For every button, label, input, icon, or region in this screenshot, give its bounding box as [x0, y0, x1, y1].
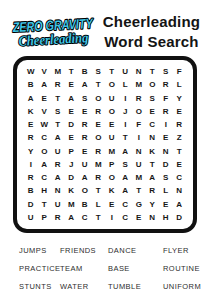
grid-cell-r4c5[interactable]: E: [78, 105, 92, 118]
grid-cell-r7c8[interactable]: A: [119, 145, 133, 158]
grid-cell-r3c4[interactable]: A: [65, 92, 79, 105]
zero-gravity-logo: ZERO GRAVITY Cheerleading: [8, 11, 98, 53]
grid-cell-r1c8[interactable]: U: [119, 65, 133, 78]
grid-cell-r10c5[interactable]: O: [78, 184, 92, 197]
grid-cell-r6c1[interactable]: R: [24, 131, 38, 144]
grid-cell-r11c12[interactable]: A: [173, 198, 187, 211]
word-list-item: DANCE: [108, 247, 163, 255]
grid-cell-r11c4[interactable]: M: [65, 198, 79, 211]
grid-cell-r5c7[interactable]: E: [105, 118, 119, 131]
grid-cell-r9c9[interactable]: M: [132, 171, 146, 184]
grid-cell-r7c6[interactable]: R: [92, 145, 106, 158]
grid-cell-r12c8[interactable]: C: [119, 211, 133, 224]
grid-cell-r2c4[interactable]: E: [65, 78, 79, 91]
grid-cell-r7c3[interactable]: U: [51, 145, 65, 158]
word-search-grid: WVMTBSTUNTSFBAREATOLMORLAETASOUIRSFYKVSE…: [13, 56, 197, 233]
grid-cell-r2c1[interactable]: B: [24, 78, 38, 91]
grid-cell-r5c1[interactable]: E: [24, 118, 38, 131]
grid-cell-r10c2[interactable]: H: [38, 184, 52, 197]
grid-cell-r12c5[interactable]: C: [78, 211, 92, 224]
grid-cell-r8c10[interactable]: T: [146, 158, 160, 171]
grid-cell-r6c12[interactable]: Z: [173, 131, 187, 144]
grid-cell-r12c2[interactable]: P: [38, 211, 52, 224]
grid-cell-r7c12[interactable]: T: [173, 145, 187, 158]
grid-cell-r11c3[interactable]: U: [51, 198, 65, 211]
grid-cell-r6c5[interactable]: R: [78, 131, 92, 144]
grid-cell-r9c1[interactable]: R: [24, 171, 38, 184]
grid-cell-r4c12[interactable]: E: [173, 105, 187, 118]
grid-cell-r6c3[interactable]: A: [51, 131, 65, 144]
grid-cell-r8c12[interactable]: E: [173, 158, 187, 171]
grid-cell-r9c10[interactable]: A: [146, 171, 160, 184]
grid-cell-r9c2[interactable]: C: [38, 171, 52, 184]
grid-cell-r1c9[interactable]: N: [132, 65, 146, 78]
grid-cell-r10c9[interactable]: T: [132, 184, 146, 197]
grid-cell-r12c7[interactable]: I: [105, 211, 119, 224]
grid-cell-r7c9[interactable]: N: [132, 145, 146, 158]
grid-cell-r2c7[interactable]: O: [105, 78, 119, 91]
word-list-item: TUMBLE: [108, 283, 163, 291]
word-search-worksheet: ZERO GRAVITY Cheerleading CheerleadingWo…: [0, 0, 209, 300]
grid-cell-r5c9[interactable]: F: [132, 118, 146, 131]
word-list-item: UNIFORM: [163, 283, 209, 291]
grid-cell-r2c10[interactable]: O: [146, 78, 160, 91]
grid-cell-r3c7[interactable]: U: [105, 92, 119, 105]
grid-cell-r6c8[interactable]: T: [119, 131, 133, 144]
grid-cell-r4c10[interactable]: E: [146, 105, 160, 118]
grid-cell-r3c10[interactable]: S: [146, 92, 160, 105]
grid-cell-r1c1[interactable]: W: [24, 65, 38, 78]
grid-cell-r10c8[interactable]: A: [119, 184, 133, 197]
grid-cell-r1c11[interactable]: S: [159, 65, 173, 78]
grid-cell-r12c11[interactable]: H: [159, 211, 173, 224]
grid-cell-r4c6[interactable]: R: [92, 105, 106, 118]
grid-cell-r3c8[interactable]: I: [119, 92, 133, 105]
grid-cell-r8c9[interactable]: U: [132, 158, 146, 171]
grid-cell-r12c3[interactable]: R: [51, 211, 65, 224]
grid-cell-r9c6[interactable]: R: [92, 171, 106, 184]
grid-cell-r12c9[interactable]: E: [132, 211, 146, 224]
grid-cell-r11c11[interactable]: E: [159, 198, 173, 211]
word-list-item: FRIENDS: [60, 247, 108, 255]
grid-cell-r8c3[interactable]: R: [51, 158, 65, 171]
grid-cell-r4c9[interactable]: O: [132, 105, 146, 118]
grid-cell-r5c2[interactable]: W: [38, 118, 52, 131]
grid-cell-r1c5[interactable]: B: [78, 65, 92, 78]
page-title-line2: Word Search: [104, 33, 198, 50]
grid-cell-r5c5[interactable]: R: [78, 118, 92, 131]
grid-cell-r10c12[interactable]: N: [173, 184, 187, 197]
grid-cell-r4c1[interactable]: K: [24, 105, 38, 118]
page-title: CheerleadingWord Search: [98, 12, 205, 50]
grid-cell-r5c11[interactable]: I: [159, 118, 173, 131]
grid-cell-r2c2[interactable]: A: [38, 78, 52, 91]
logo-text-bottom: Cheerleading: [18, 30, 89, 49]
grid-cell-r9c5[interactable]: A: [78, 171, 92, 184]
grid-cell-r1c6[interactable]: S: [92, 65, 106, 78]
grid-cell-r8c5[interactable]: U: [78, 158, 92, 171]
grid-cell-r8c4[interactable]: J: [65, 158, 79, 171]
zero-gravity-logo-icon: ZERO GRAVITY Cheerleading: [8, 11, 98, 53]
grid-cell-r4c2[interactable]: V: [38, 105, 52, 118]
grid-cell-r6c2[interactable]: C: [38, 131, 52, 144]
word-list-item: PRACTICE: [19, 265, 60, 273]
grid-cell-r4c7[interactable]: O: [105, 105, 119, 118]
grid-cell-r5c8[interactable]: I: [119, 118, 133, 131]
grid-cell-r9c11[interactable]: S: [159, 171, 173, 184]
grid-cell-r11c2[interactable]: T: [38, 198, 52, 211]
grid-cell-r7c10[interactable]: K: [146, 145, 160, 158]
grid-cell-r10c10[interactable]: R: [146, 184, 160, 197]
grid-cell-r1c7[interactable]: T: [105, 65, 119, 78]
word-list-item: BASE: [108, 265, 163, 273]
grid-cell-r10c1[interactable]: B: [24, 184, 38, 197]
word-list-item: JUMPS: [19, 247, 60, 255]
grid-cell-r9c3[interactable]: A: [51, 171, 65, 184]
grid-cell-r7c2[interactable]: O: [38, 145, 52, 158]
grid-cell-r12c4[interactable]: A: [65, 211, 79, 224]
grid-cell-r12c12[interactable]: D: [173, 211, 187, 224]
word-list-item: STUNTS: [19, 283, 60, 291]
grid-cell-r8c2[interactable]: A: [38, 158, 52, 171]
grid-cell-r2c12[interactable]: L: [173, 78, 187, 91]
grid-cell-r1c4[interactable]: T: [65, 65, 79, 78]
grid-cell-r3c6[interactable]: O: [92, 92, 106, 105]
grid-cell-r5c10[interactable]: C: [146, 118, 160, 131]
grid-cell-r6c4[interactable]: E: [65, 131, 79, 144]
grid-cell-r3c12[interactable]: Y: [173, 92, 187, 105]
grid-cell-r5c4[interactable]: D: [65, 118, 79, 131]
grid-cell-r2c8[interactable]: L: [119, 78, 133, 91]
grid-cell-r7c7[interactable]: M: [105, 145, 119, 158]
grid-cell-r1c10[interactable]: T: [146, 65, 160, 78]
grid-cell-r2c6[interactable]: T: [92, 78, 106, 91]
word-list-item: TEAM: [60, 265, 108, 273]
word-list: JUMPSFRIENDSDANCEFLYERPRACTICETEAMBASERO…: [0, 233, 209, 291]
grid-cell-r8c7[interactable]: P: [105, 158, 119, 171]
grid-cell-r11c10[interactable]: Y: [146, 198, 160, 211]
grid-cell-r2c5[interactable]: A: [78, 78, 92, 91]
grid-cell-r7c4[interactable]: P: [65, 145, 79, 158]
grid-cell-r6c7[interactable]: U: [105, 131, 119, 144]
grid-cell-r6c6[interactable]: O: [92, 131, 106, 144]
grid-cell-r11c1[interactable]: D: [24, 198, 38, 211]
grid-cell-r6c11[interactable]: E: [159, 131, 173, 144]
grid-cell-r4c8[interactable]: J: [119, 105, 133, 118]
grid-cell-r6c10[interactable]: N: [146, 131, 160, 144]
grid-cell-r10c6[interactable]: T: [92, 184, 106, 197]
grid-cell-r3c1[interactable]: A: [24, 92, 38, 105]
grid-cell-r9c7[interactable]: O: [105, 171, 119, 184]
grid-cell-r10c3[interactable]: N: [51, 184, 65, 197]
grid-cell-r7c1[interactable]: Y: [24, 145, 38, 158]
word-list-item: ROUTINE: [163, 265, 209, 273]
grid-cell-r11c9[interactable]: G: [132, 198, 146, 211]
grid-cell-r7c11[interactable]: N: [159, 145, 173, 158]
grid-cell-r5c12[interactable]: R: [173, 118, 187, 131]
grid-cell-r11c7[interactable]: E: [105, 198, 119, 211]
grid-cell-r7c5[interactable]: E: [78, 145, 92, 158]
grid-cell-r4c11[interactable]: R: [159, 105, 173, 118]
grid-cell-r9c8[interactable]: A: [119, 171, 133, 184]
grid-cell-r4c3[interactable]: S: [51, 105, 65, 118]
grid-cell-r3c9[interactable]: R: [132, 92, 146, 105]
grid-cell-r3c11[interactable]: F: [159, 92, 173, 105]
grid-cell-r8c8[interactable]: S: [119, 158, 133, 171]
grid-cell-r12c6[interactable]: T: [92, 211, 106, 224]
grid-cell-r1c2[interactable]: V: [38, 65, 52, 78]
word-list-item: WATER: [60, 283, 108, 291]
grid-cell-r11c5[interactable]: B: [78, 198, 92, 211]
grid-cell-r10c4[interactable]: K: [65, 184, 79, 197]
grid-cell-r2c3[interactable]: R: [51, 78, 65, 91]
grid-cell-r11c8[interactable]: C: [119, 198, 133, 211]
grid-cell-r12c1[interactable]: U: [24, 211, 38, 224]
grid-cell-r4c4[interactable]: E: [65, 105, 79, 118]
header: ZERO GRAVITY Cheerleading CheerleadingWo…: [0, 0, 209, 55]
grid-cell-r8c6[interactable]: M: [92, 158, 106, 171]
grid-cell-r10c11[interactable]: L: [159, 184, 173, 197]
grid-cell-r3c5[interactable]: S: [78, 92, 92, 105]
page-title-line1: Cheerleading: [103, 13, 200, 30]
grid-cell-r1c3[interactable]: M: [51, 65, 65, 78]
grid-cell-r11c6[interactable]: L: [92, 198, 106, 211]
grid-cell-r10c7[interactable]: K: [105, 184, 119, 197]
grid-cell-r5c6[interactable]: E: [92, 118, 106, 131]
word-list-item: FLYER: [163, 247, 209, 255]
grid-cell-r5c3[interactable]: T: [51, 118, 65, 131]
grid-cell-r8c11[interactable]: D: [159, 158, 173, 171]
grid-cell-r8c1[interactable]: I: [24, 158, 38, 171]
grid-cell-r2c11[interactable]: R: [159, 78, 173, 91]
grid-cell-r6c9[interactable]: I: [132, 131, 146, 144]
grid-cell-r1c12[interactable]: F: [173, 65, 187, 78]
grid-cell-r3c2[interactable]: E: [38, 92, 52, 105]
grid-cell-r12c10[interactable]: N: [146, 211, 160, 224]
grid-cell-r9c4[interactable]: D: [65, 171, 79, 184]
grid-cell-r9c12[interactable]: C: [173, 171, 187, 184]
grid-cell-r2c9[interactable]: M: [132, 78, 146, 91]
grid-cell-r3c3[interactable]: T: [51, 92, 65, 105]
